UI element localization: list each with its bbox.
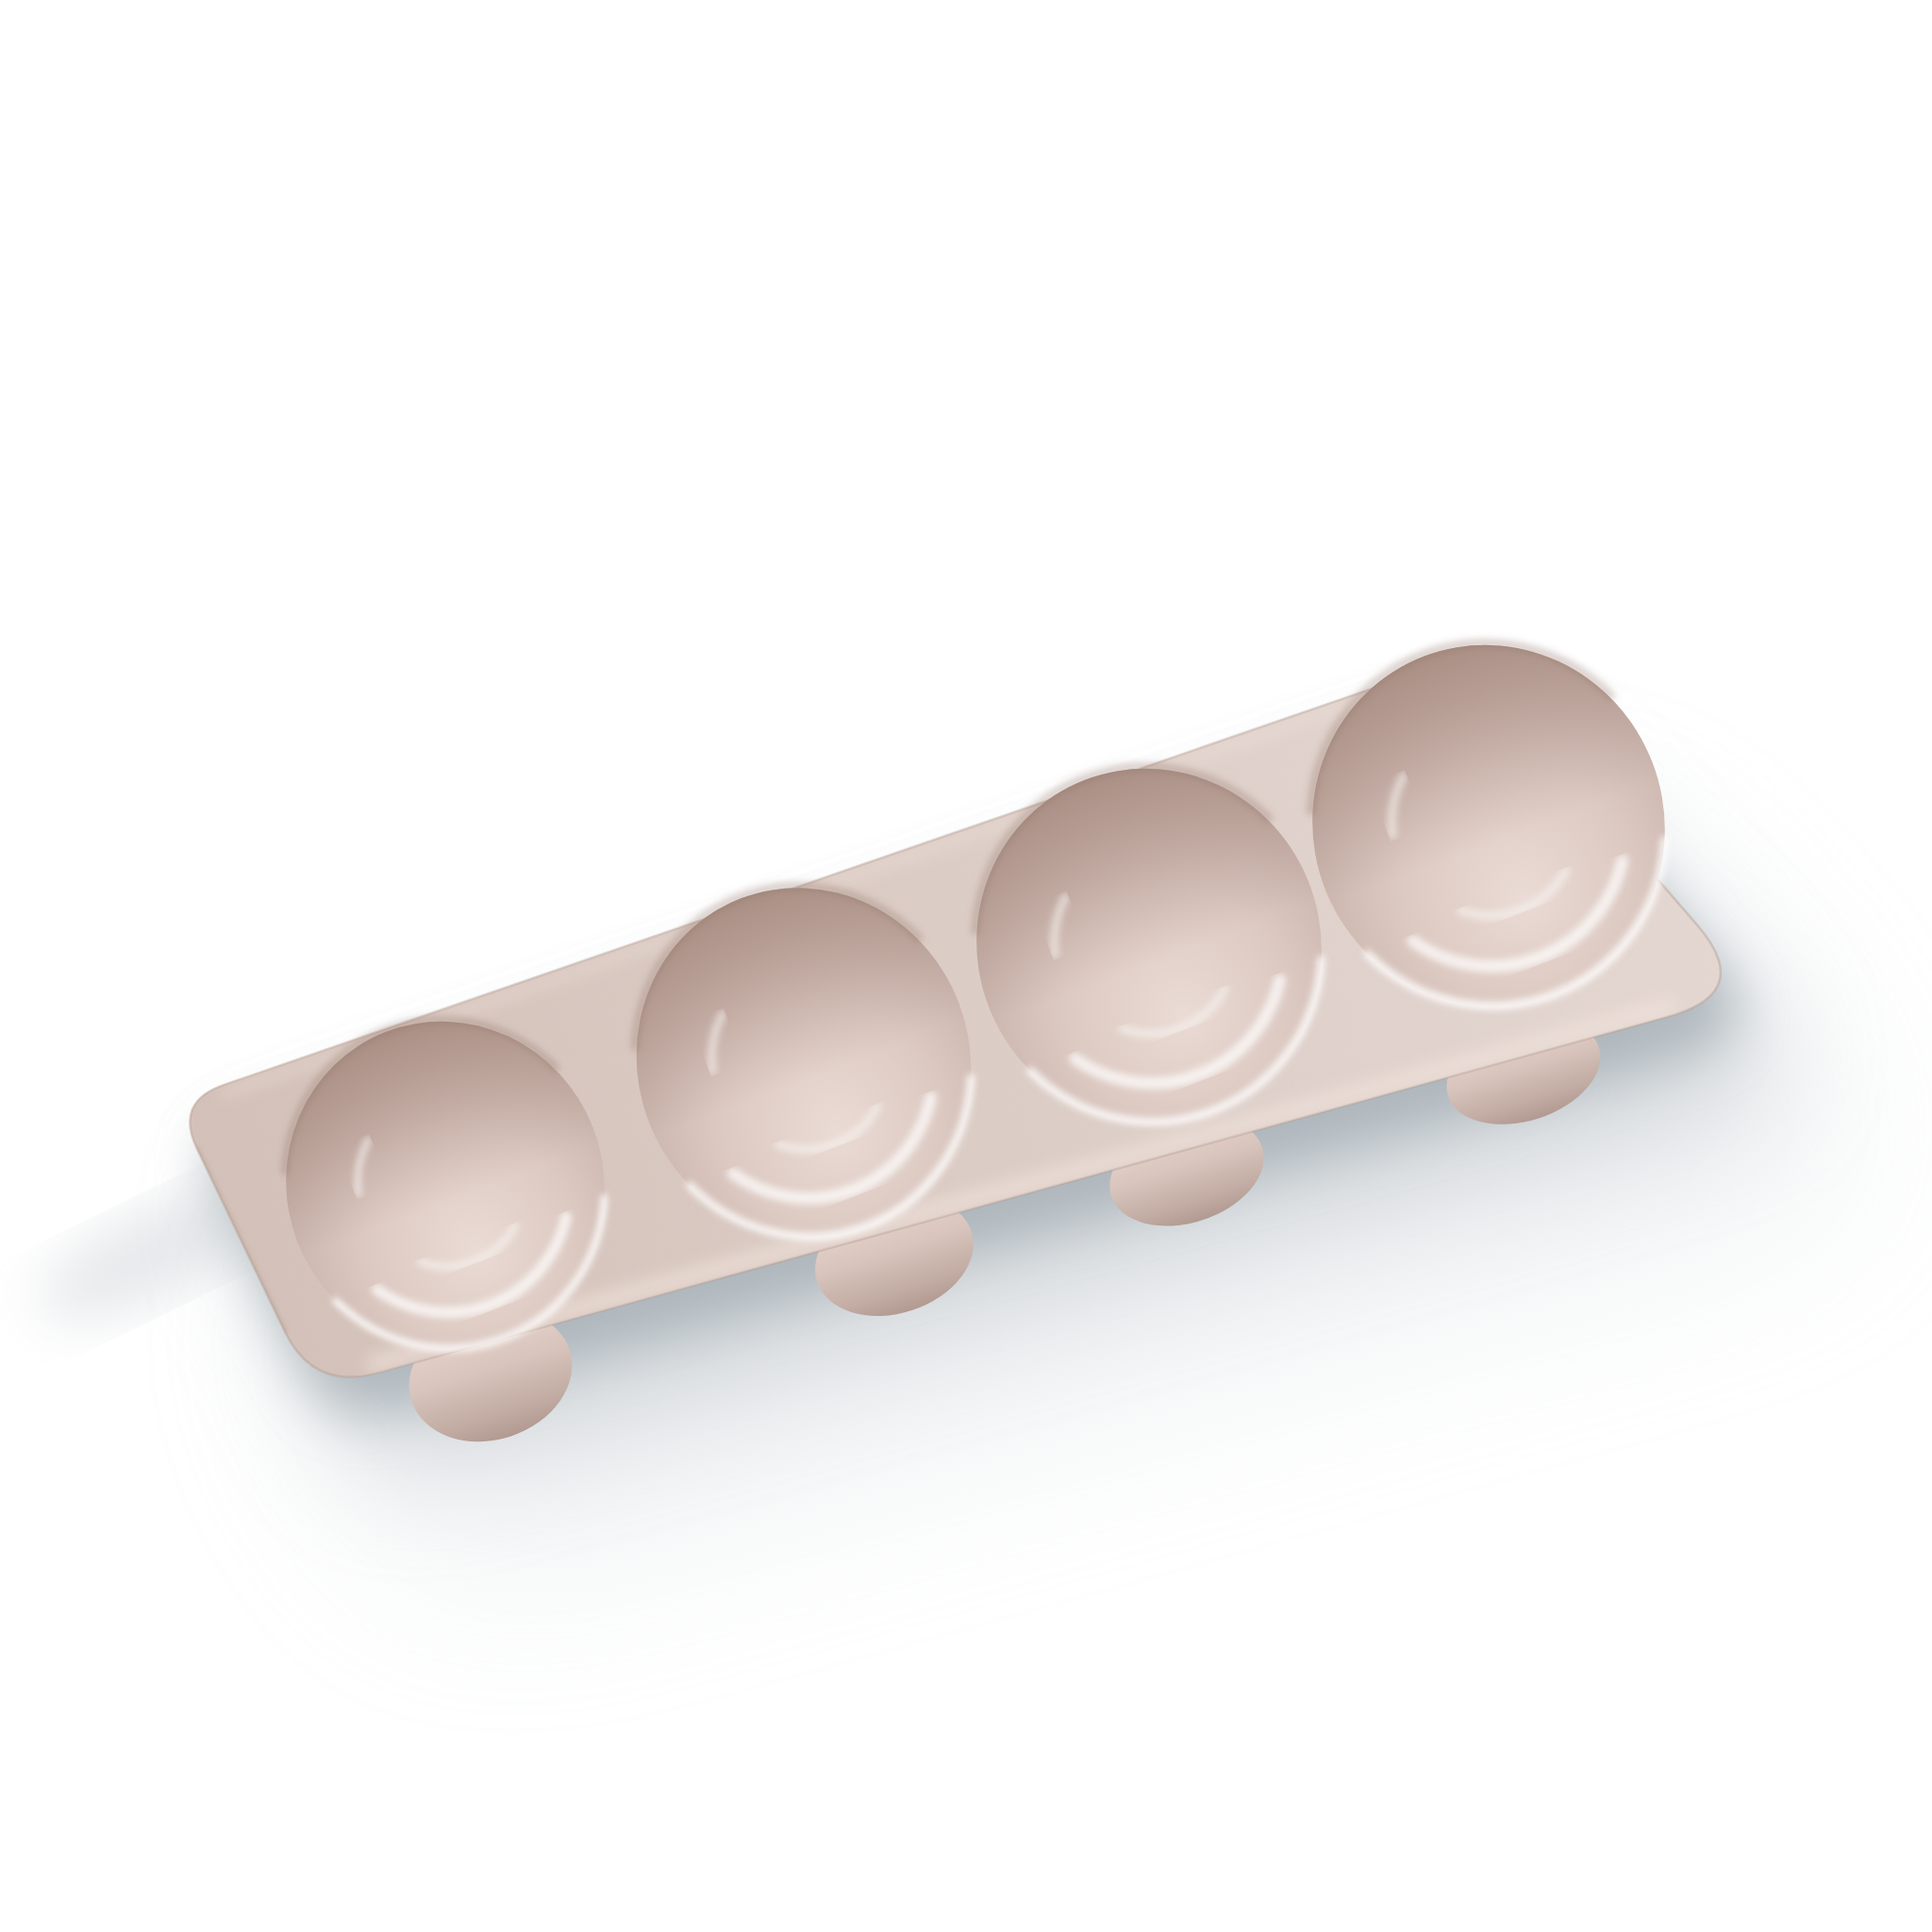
render-canvas: Product render of an empty four-cavity s… [0,0,1932,1932]
product-photo: Product render of an empty four-cavity s… [0,0,1932,1932]
